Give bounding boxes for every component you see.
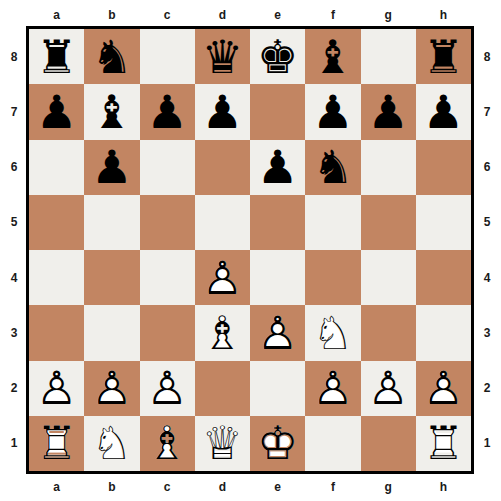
square-c5[interactable] xyxy=(140,195,195,250)
rank-label-right-8: 8 xyxy=(479,29,495,84)
black-piece-glyph: ♟ xyxy=(361,84,416,139)
rank-label-right-2: 2 xyxy=(479,361,495,416)
square-g6[interactable] xyxy=(361,140,416,195)
file-label-top-c: c xyxy=(140,7,195,23)
piece-black-knight-f6[interactable]: ♞ xyxy=(305,140,360,195)
square-c4[interactable] xyxy=(140,250,195,305)
black-piece-glyph: ♞ xyxy=(305,140,360,195)
white-piece-outline-glyph: ♙ xyxy=(140,361,195,416)
white-piece-outline-glyph: ♙ xyxy=(416,361,471,416)
square-c8[interactable] xyxy=(140,29,195,84)
file-labels-bottom: abcdefgh xyxy=(29,479,471,495)
square-a3[interactable] xyxy=(29,305,84,360)
square-e8[interactable]: ♚ xyxy=(250,29,305,84)
piece-black-pawn-a7[interactable]: ♟ xyxy=(29,84,84,139)
square-h5[interactable] xyxy=(416,195,471,250)
rank-label-right-5: 5 xyxy=(479,195,495,250)
black-piece-glyph: ♟ xyxy=(416,84,471,139)
piece-white-pawn-c2[interactable]: ♟♙ xyxy=(140,361,195,416)
white-piece-outline-glyph: ♖ xyxy=(416,416,471,471)
piece-black-bishop-f8[interactable]: ♝ xyxy=(305,29,360,84)
rank-label-right-1: 1 xyxy=(479,416,495,471)
square-b8[interactable]: ♞ xyxy=(84,29,139,84)
square-d8[interactable]: ♛ xyxy=(195,29,250,84)
piece-black-knight-b8[interactable]: ♞ xyxy=(84,29,139,84)
piece-black-pawn-e6[interactable]: ♟ xyxy=(250,140,305,195)
black-piece-glyph: ♝ xyxy=(305,29,360,84)
piece-white-bishop-c1[interactable]: ♝♗ xyxy=(140,416,195,471)
square-h8[interactable]: ♜ xyxy=(416,29,471,84)
rank-label-right-6: 6 xyxy=(479,140,495,195)
file-label-bottom-d: d xyxy=(195,479,250,495)
white-piece-outline-glyph: ♙ xyxy=(84,361,139,416)
chess-diagram: abcdefgh 87654321 87654321 abcdefgh ♜♞♛♚… xyxy=(0,0,501,501)
file-label-bottom-e: e xyxy=(250,479,305,495)
rank-label-right-4: 4 xyxy=(479,250,495,305)
rank-label-left-5: 5 xyxy=(6,195,22,250)
square-b3[interactable] xyxy=(84,305,139,360)
square-g1[interactable] xyxy=(361,416,416,471)
white-piece-outline-glyph: ♘ xyxy=(84,416,139,471)
file-label-top-g: g xyxy=(361,7,416,23)
square-e1[interactable]: ♚♔ xyxy=(250,416,305,471)
rank-label-left-2: 2 xyxy=(6,361,22,416)
black-piece-glyph: ♟ xyxy=(195,84,250,139)
black-piece-glyph: ♜ xyxy=(29,29,84,84)
piece-white-pawn-e3[interactable]: ♟♙ xyxy=(250,305,305,360)
piece-black-pawn-h7[interactable]: ♟ xyxy=(416,84,471,139)
black-piece-glyph: ♚ xyxy=(250,29,305,84)
black-piece-glyph: ♞ xyxy=(84,29,139,84)
board-frame: ♜♞♛♚♝♜♟♝♟♟♟♟♟♟♟♞♟♙♝♗♟♙♞♘♟♙♟♙♟♙♟♙♟♙♟♙♜♖♞♘… xyxy=(26,26,474,474)
square-f6[interactable]: ♞ xyxy=(305,140,360,195)
piece-black-king-e8[interactable]: ♚ xyxy=(250,29,305,84)
black-piece-glyph: ♟ xyxy=(305,84,360,139)
square-g5[interactable] xyxy=(361,195,416,250)
piece-white-knight-b1[interactable]: ♞♘ xyxy=(84,416,139,471)
piece-white-pawn-a2[interactable]: ♟♙ xyxy=(29,361,84,416)
piece-black-pawn-f7[interactable]: ♟ xyxy=(305,84,360,139)
file-label-bottom-f: f xyxy=(305,479,360,495)
white-piece-outline-glyph: ♙ xyxy=(305,361,360,416)
rank-label-left-6: 6 xyxy=(6,140,22,195)
white-piece-outline-glyph: ♙ xyxy=(361,361,416,416)
square-a2[interactable]: ♟♙ xyxy=(29,361,84,416)
square-b1[interactable]: ♞♘ xyxy=(84,416,139,471)
piece-black-pawn-c7[interactable]: ♟ xyxy=(140,84,195,139)
rank-labels-left: 87654321 xyxy=(6,29,22,471)
square-f8[interactable]: ♝ xyxy=(305,29,360,84)
square-a4[interactable] xyxy=(29,250,84,305)
file-label-top-f: f xyxy=(305,7,360,23)
piece-white-bishop-d3[interactable]: ♝♗ xyxy=(195,305,250,360)
square-h2[interactable]: ♟♙ xyxy=(416,361,471,416)
square-f4[interactable] xyxy=(305,250,360,305)
square-b7[interactable]: ♝ xyxy=(84,84,139,139)
piece-white-pawn-g2[interactable]: ♟♙ xyxy=(361,361,416,416)
file-label-top-b: b xyxy=(84,7,139,23)
rank-label-left-8: 8 xyxy=(6,29,22,84)
white-piece-outline-glyph: ♖ xyxy=(29,416,84,471)
white-piece-outline-glyph: ♕ xyxy=(195,416,250,471)
piece-black-rook-a8[interactable]: ♜ xyxy=(29,29,84,84)
white-piece-outline-glyph: ♘ xyxy=(305,305,360,360)
square-a7[interactable]: ♟ xyxy=(29,84,84,139)
white-piece-outline-glyph: ♔ xyxy=(250,416,305,471)
square-c6[interactable] xyxy=(140,140,195,195)
piece-black-pawn-b6[interactable]: ♟ xyxy=(84,140,139,195)
file-label-bottom-h: h xyxy=(416,479,471,495)
black-piece-glyph: ♟ xyxy=(140,84,195,139)
rank-label-left-3: 3 xyxy=(6,305,22,360)
square-b6[interactable]: ♟ xyxy=(84,140,139,195)
piece-white-pawn-b2[interactable]: ♟♙ xyxy=(84,361,139,416)
square-a5[interactable] xyxy=(29,195,84,250)
rank-label-left-1: 1 xyxy=(6,416,22,471)
square-h3[interactable] xyxy=(416,305,471,360)
rank-label-right-3: 3 xyxy=(479,305,495,360)
piece-white-pawn-h2[interactable]: ♟♙ xyxy=(416,361,471,416)
file-label-bottom-b: b xyxy=(84,479,139,495)
piece-black-queen-d8[interactable]: ♛ xyxy=(195,29,250,84)
square-f1[interactable] xyxy=(305,416,360,471)
black-piece-glyph: ♟ xyxy=(250,140,305,195)
piece-black-pawn-g7[interactable]: ♟ xyxy=(361,84,416,139)
square-c1[interactable]: ♝♗ xyxy=(140,416,195,471)
file-label-bottom-g: g xyxy=(361,479,416,495)
black-piece-glyph: ♟ xyxy=(84,140,139,195)
piece-white-king-e1[interactable]: ♚♔ xyxy=(250,416,305,471)
square-c7[interactable]: ♟ xyxy=(140,84,195,139)
square-b4[interactable] xyxy=(84,250,139,305)
square-c3[interactable] xyxy=(140,305,195,360)
square-h4[interactable] xyxy=(416,250,471,305)
square-h7[interactable]: ♟ xyxy=(416,84,471,139)
square-g4[interactable] xyxy=(361,250,416,305)
square-g7[interactable]: ♟ xyxy=(361,84,416,139)
file-label-bottom-a: a xyxy=(29,479,84,495)
file-label-top-d: d xyxy=(195,7,250,23)
square-f2[interactable]: ♟♙ xyxy=(305,361,360,416)
piece-white-pawn-d4[interactable]: ♟♙ xyxy=(195,250,250,305)
square-f3[interactable]: ♞♘ xyxy=(305,305,360,360)
square-d1[interactable]: ♛♕ xyxy=(195,416,250,471)
rank-labels-right: 87654321 xyxy=(479,29,495,471)
piece-white-rook-a1[interactable]: ♜♖ xyxy=(29,416,84,471)
square-d3[interactable]: ♝♗ xyxy=(195,305,250,360)
square-e4[interactable] xyxy=(250,250,305,305)
square-c2[interactable]: ♟♙ xyxy=(140,361,195,416)
square-d5[interactable] xyxy=(195,195,250,250)
square-e6[interactable]: ♟ xyxy=(250,140,305,195)
square-h1[interactable]: ♜♖ xyxy=(416,416,471,471)
square-d7[interactable]: ♟ xyxy=(195,84,250,139)
square-d4[interactable]: ♟♙ xyxy=(195,250,250,305)
file-label-top-e: e xyxy=(250,7,305,23)
square-f7[interactable]: ♟ xyxy=(305,84,360,139)
black-piece-glyph: ♜ xyxy=(416,29,471,84)
piece-black-pawn-d7[interactable]: ♟ xyxy=(195,84,250,139)
square-d2[interactable] xyxy=(195,361,250,416)
white-piece-outline-glyph: ♙ xyxy=(195,250,250,305)
file-label-top-a: a xyxy=(29,7,84,23)
black-piece-glyph: ♟ xyxy=(29,84,84,139)
square-g8[interactable] xyxy=(361,29,416,84)
square-h6[interactable] xyxy=(416,140,471,195)
piece-white-queen-d1[interactable]: ♛♕ xyxy=(195,416,250,471)
square-a8[interactable]: ♜ xyxy=(29,29,84,84)
white-piece-outline-glyph: ♙ xyxy=(250,305,305,360)
file-labels-top: abcdefgh xyxy=(29,7,471,23)
square-e3[interactable]: ♟♙ xyxy=(250,305,305,360)
piece-black-bishop-b7[interactable]: ♝ xyxy=(84,84,139,139)
file-label-bottom-c: c xyxy=(140,479,195,495)
chess-board: ♜♞♛♚♝♜♟♝♟♟♟♟♟♟♟♞♟♙♝♗♟♙♞♘♟♙♟♙♟♙♟♙♟♙♟♙♜♖♞♘… xyxy=(29,29,471,471)
piece-white-pawn-f2[interactable]: ♟♙ xyxy=(305,361,360,416)
black-piece-glyph: ♛ xyxy=(195,29,250,84)
white-piece-outline-glyph: ♗ xyxy=(140,416,195,471)
piece-white-rook-h1[interactable]: ♜♖ xyxy=(416,416,471,471)
white-piece-outline-glyph: ♙ xyxy=(29,361,84,416)
square-g2[interactable]: ♟♙ xyxy=(361,361,416,416)
square-b2[interactable]: ♟♙ xyxy=(84,361,139,416)
square-f5[interactable] xyxy=(305,195,360,250)
square-a1[interactable]: ♜♖ xyxy=(29,416,84,471)
square-e2[interactable] xyxy=(250,361,305,416)
square-d6[interactable] xyxy=(195,140,250,195)
file-label-top-h: h xyxy=(416,7,471,23)
rank-label-right-7: 7 xyxy=(479,84,495,139)
square-a6[interactable] xyxy=(29,140,84,195)
square-g3[interactable] xyxy=(361,305,416,360)
square-e5[interactable] xyxy=(250,195,305,250)
square-e7[interactable] xyxy=(250,84,305,139)
rank-label-left-7: 7 xyxy=(6,84,22,139)
piece-black-rook-h8[interactable]: ♜ xyxy=(416,29,471,84)
rank-label-left-4: 4 xyxy=(6,250,22,305)
black-piece-glyph: ♝ xyxy=(84,84,139,139)
piece-white-knight-f3[interactable]: ♞♘ xyxy=(305,305,360,360)
white-piece-outline-glyph: ♗ xyxy=(195,305,250,360)
square-b5[interactable] xyxy=(84,195,139,250)
